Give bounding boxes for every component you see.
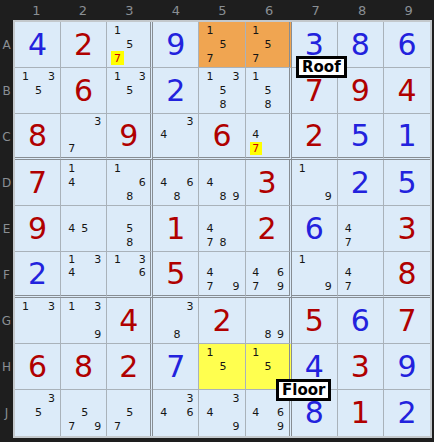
cell-F7[interactable]: 19 [292, 252, 338, 298]
empty-candidate-slot [45, 313, 58, 327]
empty-candidate-slot [170, 299, 183, 313]
empty-candidate-slot [230, 253, 243, 266]
candidate-9[interactable]: 9 [230, 280, 243, 293]
empty-candidate-slot [78, 175, 91, 189]
cell-D8[interactable]: 2 [338, 160, 384, 206]
candidate-7[interactable]: 7 [250, 142, 262, 155]
candidate-9[interactable]: 9 [91, 420, 104, 434]
cell-value-given: 2 [74, 30, 93, 60]
cell-D4[interactable]: 468 [153, 160, 199, 206]
candidate-1[interactable]: 1 [203, 69, 216, 83]
empty-candidate-slot [91, 142, 104, 155]
empty-candidate-slot [368, 207, 381, 221]
candidate-8[interactable]: 8 [170, 327, 183, 341]
candidate-8[interactable]: 8 [216, 189, 229, 203]
cell-J4[interactable]: 346 [153, 390, 199, 436]
cell-value-given: 8 [28, 121, 47, 151]
cell-D1[interactable]: 7 [15, 160, 61, 206]
empty-candidate-slot [230, 359, 243, 373]
candidate-9[interactable]: 9 [274, 327, 286, 341]
candidate-5[interactable]: 5 [262, 83, 274, 97]
cell-C1[interactable]: 8 [15, 114, 61, 160]
cell-B2[interactable]: 6 [61, 68, 107, 114]
cell-H4[interactable]: 7 [153, 344, 199, 390]
empty-candidate-slot [230, 207, 243, 221]
cell-B4[interactable]: 2 [153, 68, 199, 114]
cell-E2[interactable]: 45 [61, 206, 107, 252]
cell-value-solved: 9 [166, 30, 185, 60]
empty-candidate-slot [111, 280, 123, 293]
candidate-1[interactable]: 1 [250, 23, 262, 37]
empty-candidate-slot [91, 405, 104, 419]
cell-H2[interactable]: 8 [61, 344, 107, 390]
column-label-5: 5 [199, 0, 246, 20]
candidate-3[interactable]: 3 [45, 391, 58, 405]
candidate-4[interactable]: 4 [203, 175, 216, 189]
empty-candidate-slot [216, 405, 229, 419]
cell-A5[interactable]: 157 [199, 22, 245, 68]
cell-H5[interactable]: 15 [199, 344, 245, 390]
cell-F4[interactable]: 5 [153, 252, 199, 298]
empty-candidate-slot [32, 327, 45, 341]
empty-candidate-slot [355, 253, 368, 266]
cell-A3[interactable]: 157 [107, 22, 153, 68]
candidate-6[interactable]: 6 [274, 405, 286, 419]
candidate-3[interactable]: 3 [183, 115, 196, 128]
cell-F6[interactable]: 4679 [246, 252, 292, 298]
empty-candidate-slot [309, 161, 322, 175]
cell-J8[interactable]: 1 [338, 390, 384, 436]
column-labels: 123456789 [13, 0, 432, 20]
empty-candidate-slot [262, 142, 274, 155]
empty-candidate-slot [250, 420, 262, 434]
cell-G7[interactable]: 5 [292, 298, 338, 344]
empty-candidate-slot [216, 175, 229, 189]
cell-C9[interactable]: 1 [384, 114, 430, 160]
candidate-6[interactable]: 6 [136, 175, 148, 189]
empty-candidate-slot [230, 266, 243, 279]
candidate-1[interactable]: 1 [250, 345, 262, 359]
candidate-7[interactable]: 7 [203, 235, 216, 249]
cell-C7[interactable]: 2 [292, 114, 338, 160]
candidate-3[interactable]: 3 [230, 391, 243, 405]
candidate-8[interactable]: 8 [170, 189, 183, 203]
empty-candidate-slot [183, 161, 196, 175]
candidate-grid: 37 [65, 115, 104, 155]
cell-value-given: 9 [28, 214, 47, 244]
empty-candidate-slot [355, 207, 368, 221]
candidate-9[interactable]: 9 [230, 189, 243, 203]
candidate-1[interactable]: 1 [203, 23, 216, 37]
empty-candidate-slot [203, 161, 216, 175]
candidate-grid: 346 [157, 391, 196, 434]
cell-B6[interactable]: 158 [246, 68, 292, 114]
empty-candidate-slot [78, 207, 91, 221]
candidate-4[interactable]: 4 [65, 175, 78, 189]
cell-G1[interactable]: 13 [15, 298, 61, 344]
candidate-7[interactable]: 7 [342, 280, 355, 293]
candidate-8[interactable]: 8 [262, 327, 274, 341]
empty-candidate-slot [250, 359, 262, 373]
empty-candidate-slot [170, 142, 183, 155]
empty-candidate-slot [32, 69, 45, 83]
candidate-7[interactable]: 7 [203, 51, 216, 65]
candidate-5[interactable]: 5 [262, 37, 274, 51]
candidate-7[interactable]: 7 [111, 51, 123, 65]
cell-D3[interactable]: 168 [107, 160, 153, 206]
candidate-4[interactable]: 4 [157, 405, 170, 419]
cell-A9[interactable]: 6 [384, 22, 430, 68]
candidate-4[interactable]: 4 [65, 266, 78, 279]
empty-candidate-slot [170, 161, 183, 175]
empty-candidate-slot [91, 235, 104, 249]
candidate-grid: 15 [203, 345, 242, 387]
cell-J2[interactable]: 579 [61, 390, 107, 436]
candidate-5[interactable]: 5 [124, 221, 136, 235]
empty-candidate-slot [355, 235, 368, 249]
candidate-9[interactable]: 9 [91, 327, 104, 341]
empty-candidate-slot [274, 97, 286, 111]
cell-G2[interactable]: 139 [61, 298, 107, 344]
column-label-9: 9 [385, 0, 432, 20]
candidate-5[interactable]: 5 [32, 405, 45, 419]
cell-value-solved: 7 [166, 352, 185, 382]
empty-candidate-slot [368, 253, 381, 266]
candidate-7[interactable]: 7 [65, 142, 78, 155]
empty-candidate-slot [124, 69, 136, 83]
empty-candidate-slot [203, 207, 216, 221]
candidate-5[interactable]: 5 [262, 359, 274, 373]
candidate-4[interactable]: 4 [203, 266, 216, 279]
candidate-1[interactable]: 1 [250, 69, 262, 83]
empty-candidate-slot [19, 97, 32, 111]
empty-candidate-slot [32, 299, 45, 313]
cell-E3[interactable]: 58 [107, 206, 153, 252]
cell-value-solved: 8 [305, 398, 324, 428]
candidate-grid: 478 [203, 207, 242, 249]
empty-candidate-slot [111, 83, 123, 97]
candidate-4[interactable]: 4 [342, 221, 355, 235]
cell-G9[interactable]: 7 [384, 298, 430, 344]
candidate-7[interactable]: 7 [203, 280, 216, 293]
candidate-8[interactable]: 8 [124, 189, 136, 203]
candidate-1[interactable]: 1 [19, 69, 32, 83]
candidate-3[interactable]: 3 [136, 253, 148, 266]
cell-G3[interactable]: 4 [107, 298, 153, 344]
empty-candidate-slot [309, 253, 322, 266]
candidate-3[interactable]: 3 [183, 299, 196, 313]
candidate-1[interactable]: 1 [65, 253, 78, 266]
empty-candidate-slot [78, 420, 91, 434]
empty-candidate-slot [136, 280, 148, 293]
empty-candidate-slot [342, 207, 355, 221]
candidate-1[interactable]: 1 [19, 299, 32, 313]
empty-candidate-slot [111, 37, 123, 51]
cell-value-given: 9 [119, 121, 138, 151]
candidate-1[interactable]: 1 [111, 69, 123, 83]
cell-B9[interactable]: 4 [384, 68, 430, 114]
row-label-B: B [0, 68, 13, 114]
row-label-F: F [0, 252, 13, 298]
candidate-3[interactable]: 3 [91, 115, 104, 128]
cell-value-given: 3 [258, 168, 277, 198]
cell-C6[interactable]: 47 [246, 114, 292, 160]
candidate-7[interactable]: 7 [65, 420, 78, 434]
cell-C2[interactable]: 37 [61, 114, 107, 160]
empty-candidate-slot [262, 253, 274, 266]
column-label-6: 6 [246, 0, 293, 20]
cell-value-solved: 2 [166, 76, 185, 106]
candidate-3[interactable]: 3 [183, 391, 196, 405]
candidate-7[interactable]: 7 [250, 280, 262, 293]
cell-D5[interactable]: 489 [199, 160, 245, 206]
cell-F5[interactable]: 479 [199, 252, 245, 298]
candidate-9[interactable]: 9 [274, 420, 286, 434]
cell-B5[interactable]: 1358 [199, 68, 245, 114]
empty-candidate-slot [32, 420, 45, 434]
row-label-G: G [0, 298, 13, 344]
empty-candidate-slot [124, 391, 136, 405]
empty-candidate-slot [230, 405, 243, 419]
cell-value-given: 3 [397, 214, 416, 244]
empty-candidate-slot [203, 189, 216, 203]
empty-candidate-slot [216, 23, 229, 37]
cell-G5[interactable]: 2 [199, 298, 245, 344]
candidate-8[interactable]: 8 [262, 97, 274, 111]
cell-G8[interactable]: 6 [338, 298, 384, 344]
cell-F9[interactable]: 8 [384, 252, 430, 298]
candidate-grid: 34 [157, 115, 196, 155]
candidate-4[interactable]: 4 [203, 221, 216, 235]
column-label-7: 7 [292, 0, 339, 20]
cell-H1[interactable]: 6 [15, 344, 61, 390]
empty-candidate-slot [309, 266, 322, 279]
candidate-6[interactable]: 6 [274, 266, 286, 279]
empty-candidate-slot [230, 235, 243, 249]
empty-candidate-slot [274, 23, 286, 37]
cell-G6[interactable]: 89 [246, 298, 292, 344]
candidate-4[interactable]: 4 [157, 128, 170, 141]
empty-candidate-slot [183, 327, 196, 341]
candidate-9[interactable]: 9 [274, 280, 286, 293]
candidate-3[interactable]: 3 [230, 69, 243, 83]
cell-D7[interactable]: 19 [292, 160, 338, 206]
cell-J9[interactable]: 2 [384, 390, 430, 436]
candidate-1[interactable]: 1 [203, 345, 216, 359]
empty-candidate-slot [78, 391, 91, 405]
empty-candidate-slot [91, 161, 104, 175]
empty-candidate-slot [216, 161, 229, 175]
cell-J1[interactable]: 35 [15, 390, 61, 436]
empty-candidate-slot [250, 327, 262, 341]
empty-candidate-slot [65, 235, 78, 249]
empty-candidate-slot [230, 161, 243, 175]
candidate-5[interactable]: 5 [216, 83, 229, 97]
cell-value-solved: 2 [28, 259, 47, 289]
cell-value-given: 3 [351, 352, 370, 382]
candidate-4[interactable]: 4 [250, 405, 262, 419]
empty-candidate-slot [32, 391, 45, 405]
cell-G4[interactable]: 38 [153, 298, 199, 344]
empty-candidate-slot [262, 391, 274, 405]
empty-candidate-slot [78, 280, 91, 293]
candidate-3[interactable]: 3 [91, 253, 104, 266]
candidate-4[interactable]: 4 [65, 221, 78, 235]
empty-candidate-slot [78, 142, 91, 155]
cell-C4[interactable]: 34 [153, 114, 199, 160]
empty-candidate-slot [230, 23, 243, 37]
cell-value-given: 8 [74, 352, 93, 382]
cell-E6[interactable]: 2 [246, 206, 292, 252]
candidate-1[interactable]: 1 [65, 161, 78, 175]
empty-candidate-slot [230, 51, 243, 65]
cell-J5[interactable]: 349 [199, 390, 245, 436]
cell-C8[interactable]: 5 [338, 114, 384, 160]
empty-candidate-slot [157, 391, 170, 405]
empty-candidate-slot [368, 221, 381, 235]
candidate-grid: 47 [250, 115, 287, 155]
candidate-grid: 47 [342, 253, 381, 293]
candidate-grid: 579 [65, 391, 104, 434]
candidate-3[interactable]: 3 [45, 299, 58, 313]
empty-candidate-slot [216, 373, 229, 387]
empty-candidate-slot [124, 280, 136, 293]
candidate-5[interactable]: 5 [216, 359, 229, 373]
candidate-9[interactable]: 9 [322, 189, 335, 203]
empty-candidate-slot [216, 69, 229, 83]
column-label-1: 1 [13, 0, 60, 20]
empty-candidate-slot [216, 253, 229, 266]
empty-candidate-slot [262, 280, 274, 293]
empty-candidate-slot [78, 327, 91, 341]
candidate-9[interactable]: 9 [230, 420, 243, 434]
empty-candidate-slot [203, 97, 216, 111]
candidate-8[interactable]: 8 [124, 235, 136, 249]
empty-candidate-slot [124, 97, 136, 111]
empty-candidate-slot [45, 420, 58, 434]
candidate-1[interactable]: 1 [65, 299, 78, 313]
cell-value-given: 2 [119, 352, 138, 382]
candidate-8[interactable]: 8 [216, 235, 229, 249]
cell-J3[interactable]: 57 [107, 390, 153, 436]
empty-candidate-slot [157, 189, 170, 203]
cell-A6[interactable]: 157 [246, 22, 292, 68]
cell-B3[interactable]: 135 [107, 68, 153, 114]
candidate-6[interactable]: 6 [183, 175, 196, 189]
cell-A2[interactable]: 2 [61, 22, 107, 68]
empty-candidate-slot [203, 373, 216, 387]
candidate-5[interactable]: 5 [124, 405, 136, 419]
cell-E8[interactable]: 47 [338, 206, 384, 252]
candidate-3[interactable]: 3 [45, 69, 58, 83]
cell-F1[interactable]: 2 [15, 252, 61, 298]
cell-H8[interactable]: 3 [338, 344, 384, 390]
cell-B1[interactable]: 135 [15, 68, 61, 114]
empty-candidate-slot [136, 83, 148, 97]
candidate-grid: 19 [296, 253, 335, 293]
cell-value-solved: 5 [351, 121, 370, 151]
candidate-5[interactable]: 5 [216, 37, 229, 51]
cell-A4[interactable]: 9 [153, 22, 199, 68]
empty-candidate-slot [78, 253, 91, 266]
candidate-7[interactable]: 7 [250, 51, 262, 65]
cell-value-given: 1 [166, 214, 185, 244]
cell-F2[interactable]: 134 [61, 252, 107, 298]
candidate-5[interactable]: 5 [32, 83, 45, 97]
floor-annotation-label: Floor [276, 379, 331, 401]
candidate-1[interactable]: 1 [111, 23, 123, 37]
empty-candidate-slot [203, 83, 216, 97]
empty-candidate-slot [111, 207, 123, 221]
empty-candidate-slot [136, 420, 148, 434]
cell-value-solved: 2 [397, 398, 416, 428]
candidate-1[interactable]: 1 [296, 161, 309, 175]
candidate-4[interactable]: 4 [203, 405, 216, 419]
empty-candidate-slot [170, 420, 183, 434]
empty-candidate-slot [250, 253, 262, 266]
candidate-7[interactable]: 7 [342, 235, 355, 249]
candidate-1[interactable]: 1 [296, 253, 309, 266]
candidate-grid: 157 [111, 23, 148, 65]
candidate-6[interactable]: 6 [183, 405, 196, 419]
candidate-5[interactable]: 5 [78, 221, 91, 235]
cell-D6[interactable]: 3 [246, 160, 292, 206]
candidate-5[interactable]: 5 [78, 405, 91, 419]
candidate-1[interactable]: 1 [111, 161, 123, 175]
empty-candidate-slot [124, 266, 136, 279]
cell-F8[interactable]: 47 [338, 252, 384, 298]
cell-A1[interactable]: 4 [15, 22, 61, 68]
cell-C5[interactable]: 6 [199, 114, 245, 160]
empty-candidate-slot [250, 83, 262, 97]
empty-candidate-slot [309, 175, 322, 189]
candidate-9[interactable]: 9 [322, 280, 335, 293]
candidate-5[interactable]: 5 [124, 37, 136, 51]
empty-candidate-slot [216, 51, 229, 65]
cell-E1[interactable]: 9 [15, 206, 61, 252]
cell-E5[interactable]: 478 [199, 206, 245, 252]
cell-C3[interactable]: 9 [107, 114, 153, 160]
candidate-5[interactable]: 5 [124, 83, 136, 97]
empty-candidate-slot [65, 391, 78, 405]
cell-D9[interactable]: 5 [384, 160, 430, 206]
candidate-4[interactable]: 4 [157, 175, 170, 189]
empty-candidate-slot [91, 189, 104, 203]
cell-E9[interactable]: 3 [384, 206, 430, 252]
empty-candidate-slot [216, 280, 229, 293]
cell-F3[interactable]: 136 [107, 252, 153, 298]
cell-value-solved: 6 [305, 214, 324, 244]
cell-E7[interactable]: 6 [292, 206, 338, 252]
candidate-8[interactable]: 8 [216, 97, 229, 111]
candidate-3[interactable]: 3 [91, 299, 104, 313]
candidate-3[interactable]: 3 [136, 69, 148, 83]
cell-H3[interactable]: 2 [107, 344, 153, 390]
candidate-4[interactable]: 4 [250, 128, 262, 141]
candidate-7[interactable]: 7 [111, 420, 123, 434]
cell-D2[interactable]: 14 [61, 160, 107, 206]
candidate-6[interactable]: 6 [136, 266, 148, 279]
row-label-J: J [0, 390, 13, 436]
candidate-4[interactable]: 4 [250, 266, 262, 279]
row-label-C: C [0, 114, 13, 160]
cell-E4[interactable]: 1 [153, 206, 199, 252]
candidate-4[interactable]: 4 [342, 266, 355, 279]
empty-candidate-slot [136, 391, 148, 405]
cell-H9[interactable]: 9 [384, 344, 430, 390]
candidate-1[interactable]: 1 [111, 253, 123, 266]
empty-candidate-slot [157, 313, 170, 327]
